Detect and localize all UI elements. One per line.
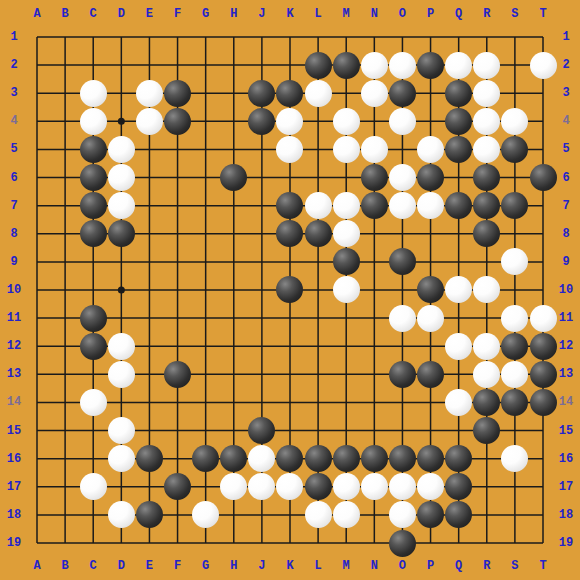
stone-black-C8[interactable]	[80, 220, 107, 247]
stone-white-P17[interactable]	[417, 473, 444, 500]
stone-white-M7[interactable]	[333, 192, 360, 219]
stone-black-P2[interactable]	[417, 52, 444, 79]
stone-white-K17[interactable]	[276, 473, 303, 500]
stone-white-P7[interactable]	[417, 192, 444, 219]
stone-black-N16[interactable]	[361, 445, 388, 472]
stone-white-T2[interactable]	[530, 52, 557, 79]
stone-white-C3[interactable]	[80, 80, 107, 107]
stone-black-R14[interactable]	[473, 389, 500, 416]
stone-black-L17[interactable]	[305, 473, 332, 500]
stone-white-G18[interactable]	[192, 501, 219, 528]
stone-white-Q12[interactable]	[445, 333, 472, 360]
stone-white-S16[interactable]	[501, 445, 528, 472]
stone-white-S11[interactable]	[501, 305, 528, 332]
stone-black-O19[interactable]	[389, 530, 416, 557]
stone-black-O9[interactable]	[389, 248, 416, 275]
stone-white-R5[interactable]	[473, 136, 500, 163]
stone-black-G16[interactable]	[192, 445, 219, 472]
stone-black-E18[interactable]	[136, 501, 163, 528]
stone-black-L16[interactable]	[305, 445, 332, 472]
stone-black-S7[interactable]	[501, 192, 528, 219]
stone-black-S14[interactable]	[501, 389, 528, 416]
stone-black-R7[interactable]	[473, 192, 500, 219]
stone-black-S12[interactable]	[501, 333, 528, 360]
stone-white-D16[interactable]	[108, 445, 135, 472]
stone-black-C12[interactable]	[80, 333, 107, 360]
stone-white-N17[interactable]	[361, 473, 388, 500]
stone-black-O16[interactable]	[389, 445, 416, 472]
stone-white-N3[interactable]	[361, 80, 388, 107]
stone-white-P5[interactable]	[417, 136, 444, 163]
stone-white-R13[interactable]	[473, 361, 500, 388]
stone-black-J3[interactable]	[248, 80, 275, 107]
stone-black-F13[interactable]	[164, 361, 191, 388]
stone-black-Q4[interactable]	[445, 108, 472, 135]
stone-white-R2[interactable]	[473, 52, 500, 79]
stone-white-Q2[interactable]	[445, 52, 472, 79]
stone-black-N6[interactable]	[361, 164, 388, 191]
stone-white-M5[interactable]	[333, 136, 360, 163]
stone-black-J4[interactable]	[248, 108, 275, 135]
stone-black-K16[interactable]	[276, 445, 303, 472]
stone-white-Q14[interactable]	[445, 389, 472, 416]
stone-black-L8[interactable]	[305, 220, 332, 247]
stone-white-D13[interactable]	[108, 361, 135, 388]
stone-white-S4[interactable]	[501, 108, 528, 135]
stone-black-H16[interactable]	[220, 445, 247, 472]
stone-black-C11[interactable]	[80, 305, 107, 332]
stone-white-O17[interactable]	[389, 473, 416, 500]
stone-white-K5[interactable]	[276, 136, 303, 163]
stone-white-D15[interactable]	[108, 417, 135, 444]
stone-black-J15[interactable]	[248, 417, 275, 444]
stone-white-M10[interactable]	[333, 276, 360, 303]
stone-white-N2[interactable]	[361, 52, 388, 79]
stone-white-L18[interactable]	[305, 501, 332, 528]
stone-white-M8[interactable]	[333, 220, 360, 247]
stone-white-H17[interactable]	[220, 473, 247, 500]
stone-white-M18[interactable]	[333, 501, 360, 528]
stone-white-D7[interactable]	[108, 192, 135, 219]
stone-black-C6[interactable]	[80, 164, 107, 191]
stone-white-M17[interactable]	[333, 473, 360, 500]
stone-black-F17[interactable]	[164, 473, 191, 500]
stone-white-O18[interactable]	[389, 501, 416, 528]
stone-white-S9[interactable]	[501, 248, 528, 275]
stone-black-M16[interactable]	[333, 445, 360, 472]
stone-white-D18[interactable]	[108, 501, 135, 528]
stone-black-E16[interactable]	[136, 445, 163, 472]
stone-black-M2[interactable]	[333, 52, 360, 79]
stone-black-C7[interactable]	[80, 192, 107, 219]
stone-black-F3[interactable]	[164, 80, 191, 107]
stone-black-F4[interactable]	[164, 108, 191, 135]
stone-black-K8[interactable]	[276, 220, 303, 247]
stone-white-N5[interactable]	[361, 136, 388, 163]
stone-black-R8[interactable]	[473, 220, 500, 247]
stone-black-Q18[interactable]	[445, 501, 472, 528]
stone-black-K7[interactable]	[276, 192, 303, 219]
stone-black-Q17[interactable]	[445, 473, 472, 500]
stone-white-E4[interactable]	[136, 108, 163, 135]
stone-white-R3[interactable]	[473, 80, 500, 107]
stone-black-P10[interactable]	[417, 276, 444, 303]
stone-white-S13[interactable]	[501, 361, 528, 388]
stone-white-D12[interactable]	[108, 333, 135, 360]
stone-white-T11[interactable]	[530, 305, 557, 332]
stone-white-E3[interactable]	[136, 80, 163, 107]
stone-white-D5[interactable]	[108, 136, 135, 163]
stone-black-H6[interactable]	[220, 164, 247, 191]
stone-white-M4[interactable]	[333, 108, 360, 135]
stone-white-R10[interactable]	[473, 276, 500, 303]
stone-white-R4[interactable]	[473, 108, 500, 135]
stone-black-T6[interactable]	[530, 164, 557, 191]
stone-black-R6[interactable]	[473, 164, 500, 191]
stone-black-K3[interactable]	[276, 80, 303, 107]
stone-black-O13[interactable]	[389, 361, 416, 388]
stone-white-O11[interactable]	[389, 305, 416, 332]
stone-white-P11[interactable]	[417, 305, 444, 332]
stone-white-D6[interactable]	[108, 164, 135, 191]
stone-black-P13[interactable]	[417, 361, 444, 388]
stone-white-J17[interactable]	[248, 473, 275, 500]
stone-black-D8[interactable]	[108, 220, 135, 247]
stone-white-R12[interactable]	[473, 333, 500, 360]
stone-black-L2[interactable]	[305, 52, 332, 79]
stone-black-P16[interactable]	[417, 445, 444, 472]
stones-grid[interactable]	[23, 23, 557, 557]
stone-black-M9[interactable]	[333, 248, 360, 275]
stone-black-P18[interactable]	[417, 501, 444, 528]
stone-black-Q3[interactable]	[445, 80, 472, 107]
stone-white-O2[interactable]	[389, 52, 416, 79]
stone-white-C17[interactable]	[80, 473, 107, 500]
stone-white-L7[interactable]	[305, 192, 332, 219]
stone-white-O4[interactable]	[389, 108, 416, 135]
stone-black-R15[interactable]	[473, 417, 500, 444]
stone-black-C5[interactable]	[80, 136, 107, 163]
stone-black-T12[interactable]	[530, 333, 557, 360]
stone-white-J16[interactable]	[248, 445, 275, 472]
stone-black-N7[interactable]	[361, 192, 388, 219]
stone-black-P6[interactable]	[417, 164, 444, 191]
stone-white-L3[interactable]	[305, 80, 332, 107]
stone-white-Q10[interactable]	[445, 276, 472, 303]
stone-white-O7[interactable]	[389, 192, 416, 219]
stone-black-T13[interactable]	[530, 361, 557, 388]
stone-black-Q5[interactable]	[445, 136, 472, 163]
stone-black-K10[interactable]	[276, 276, 303, 303]
stone-black-Q16[interactable]	[445, 445, 472, 472]
go-board[interactable]: AABBCCDDEEFFGGHHJJKKLLMMNNOOPPQQRRSSTT11…	[0, 0, 580, 580]
stone-black-T14[interactable]	[530, 389, 557, 416]
stone-white-C14[interactable]	[80, 389, 107, 416]
stone-black-Q7[interactable]	[445, 192, 472, 219]
stone-black-S5[interactable]	[501, 136, 528, 163]
stone-white-K4[interactable]	[276, 108, 303, 135]
stone-white-C4[interactable]	[80, 108, 107, 135]
stone-white-O6[interactable]	[389, 164, 416, 191]
stone-black-O3[interactable]	[389, 80, 416, 107]
